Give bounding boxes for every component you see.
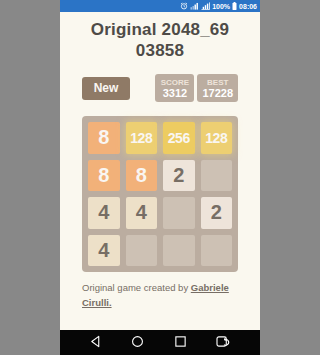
android-nav-bar <box>60 330 260 355</box>
best-label: BEST <box>202 78 233 87</box>
tile-8: 8 <box>126 160 158 192</box>
score-value: 3312 <box>160 87 189 100</box>
phone-screen: 100% 08:06 Original 2048_69 03858 New SC… <box>60 0 260 355</box>
tile-4: 4 <box>88 197 120 229</box>
score-boxes: SCORE 3312 BEST 17228 <box>155 74 238 102</box>
credit-text-plain: Original game created by <box>82 282 191 293</box>
signal-bars-2-icon <box>201 2 210 10</box>
capture-button[interactable] <box>214 333 233 353</box>
controls-row: New SCORE 3312 BEST 17228 <box>82 74 238 102</box>
tile-4: 4 <box>88 235 120 267</box>
page-title: Original 2048_69 03858 <box>60 19 260 61</box>
recents-icon <box>174 335 187 351</box>
tile-8: 8 <box>88 160 120 192</box>
empty-cell <box>163 235 195 267</box>
empty-cell <box>126 235 158 267</box>
back-icon <box>89 335 102 351</box>
empty-cell <box>163 197 195 229</box>
tile-256: 256 <box>163 122 195 154</box>
back-button[interactable] <box>87 333 104 353</box>
signal-bars-icon <box>190 2 199 10</box>
game-board[interactable]: 81282561288824424 <box>82 116 238 272</box>
home-icon <box>131 335 144 351</box>
capture-icon <box>216 335 231 351</box>
battery-percent: 100% <box>212 3 230 10</box>
tile-2: 2 <box>201 197 233 229</box>
title-line-1: Original 2048_69 <box>60 19 260 40</box>
title-line-2: 03858 <box>60 40 260 61</box>
best-value: 17228 <box>202 87 233 100</box>
status-bar: 100% 08:06 <box>60 0 260 12</box>
new-game-button[interactable]: New <box>82 77 130 100</box>
empty-cell <box>201 235 233 267</box>
recents-button[interactable] <box>172 333 189 353</box>
tile-8: 8 <box>88 122 120 154</box>
credit-text: Original game created by Gabriele Cirull… <box>82 280 240 310</box>
clock-time: 08:06 <box>239 3 257 10</box>
best-box: BEST 17228 <box>197 74 238 102</box>
tile-2: 2 <box>163 160 195 192</box>
home-button[interactable] <box>129 333 146 353</box>
empty-cell <box>201 160 233 192</box>
tile-128: 128 <box>126 122 158 154</box>
score-label: SCORE <box>160 78 189 87</box>
tile-128: 128 <box>201 122 233 154</box>
alarm-icon <box>180 2 188 10</box>
tile-4: 4 <box>126 197 158 229</box>
score-box: SCORE 3312 <box>155 74 194 102</box>
battery-icon <box>232 2 237 10</box>
